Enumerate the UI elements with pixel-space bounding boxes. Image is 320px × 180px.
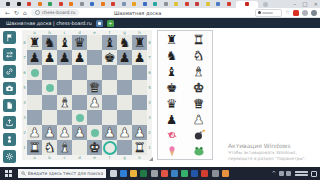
square-c3[interactable] — [57, 110, 72, 125]
browser-tab[interactable] — [101, 2, 105, 6]
tray-expand-icon[interactable]: ^ — [271, 167, 276, 180]
file-label: d — [72, 155, 87, 160]
square-h2[interactable]: ♟ — [132, 125, 147, 140]
lock-icon — [35, 10, 40, 15]
move-dot — [91, 129, 99, 137]
square-d7[interactable]: ♟ — [72, 50, 87, 65]
square-a7[interactable]: ♟ — [27, 50, 42, 65]
ice-cream-icon — [166, 145, 178, 157]
home-button[interactable]: ⌂ — [23, 8, 27, 17]
start-button[interactable] — [5, 170, 12, 177]
browser-tab[interactable] — [17, 2, 21, 6]
palette-frog[interactable] — [191, 144, 206, 159]
minimize-button[interactable]: – — [293, 0, 296, 8]
black-pawn[interactable]: ♟ — [27, 50, 42, 65]
square-h1[interactable]: ♜ — [132, 140, 147, 155]
browser-tab[interactable] — [6, 2, 10, 6]
main-content: abcdefgh 87654321 ♜♞♝♛♝♞♜♟♟♟♟♚♟♟♛♝♟♟♟♟♟♟… — [0, 28, 320, 167]
white-queen-glyph: ♛ — [191, 96, 206, 111]
bomb-icon — [193, 129, 205, 141]
link-icon — [5, 67, 14, 76]
white-pawn-glyph: ♟ — [191, 112, 206, 127]
file-label: f — [102, 155, 117, 160]
white-bishop[interactable]: ♝ — [57, 95, 72, 110]
square-a1[interactable]: ♜ — [27, 140, 42, 155]
pawn-icon — [5, 135, 14, 144]
browser-tab[interactable] — [59, 2, 63, 6]
upload-icon — [5, 118, 14, 127]
search-placeholder: Введите здесь текст для поиска — [28, 171, 103, 176]
square-b6[interactable] — [42, 65, 57, 80]
black-king[interactable]: ♚ — [102, 50, 117, 65]
square-f4[interactable] — [102, 95, 117, 110]
extension-icon-red[interactable] — [293, 10, 299, 16]
square-a4[interactable] — [27, 95, 42, 110]
board-squares: ♜♞♝♛♝♞♜♟♟♟♟♚♟♟♛♝♟♟♟♟♟♟♟♟♜♞♝♚♜ — [27, 35, 147, 155]
white-pawn[interactable]: ♟ — [27, 125, 42, 140]
browser-tab[interactable] — [38, 2, 42, 6]
white-pawn[interactable]: ♟ — [132, 125, 147, 140]
screen: –□× ← ↻ ⌂ chess-board.ru Шахматная доска… — [0, 0, 320, 180]
address-bar[interactable]: chess-board.ru — [31, 9, 80, 16]
link-button[interactable] — [3, 65, 16, 78]
move-dot — [76, 114, 84, 122]
white-pawn[interactable]: ♟ — [57, 125, 72, 140]
browser-tab[interactable] — [206, 2, 210, 6]
black-rook[interactable]: ♜ — [132, 35, 147, 50]
square-e5[interactable]: ♛ — [87, 80, 102, 95]
square-e2[interactable] — [87, 125, 102, 140]
browser-tabstrip: –□× — [0, 0, 320, 8]
black-bishop-glyph: ♝ — [164, 64, 179, 79]
square-h4[interactable] — [132, 95, 147, 110]
tab-favicons — [6, 2, 231, 6]
white-king[interactable]: ♚ — [87, 140, 102, 155]
black-pawn[interactable]: ♟ — [57, 50, 72, 65]
white-rook[interactable]: ♜ — [27, 140, 42, 155]
square-f5[interactable] — [102, 80, 117, 95]
black-knight-glyph: ♞ — [164, 48, 179, 63]
browser-toolbar: ← ↻ ⌂ chess-board.ru Шахматная доска ☆ — [0, 8, 320, 18]
white-pawn[interactable]: ♟ — [72, 125, 87, 140]
tray-icon-1[interactable] — [279, 171, 284, 176]
watermark-text: Чтобы активировать Windows, перейдите в … — [228, 150, 314, 161]
taskbar-app-icon[interactable] — [171, 170, 178, 177]
candy-icon — [166, 129, 178, 141]
square-e4[interactable]: ♟ — [87, 95, 102, 110]
square-b1[interactable]: ♞ — [42, 140, 57, 155]
rank-label: 3 — [147, 110, 152, 125]
palette-candy[interactable] — [164, 128, 179, 143]
file-label: a — [27, 155, 42, 160]
taskbar-app-icon[interactable] — [212, 170, 219, 177]
square-h7[interactable]: ♟ — [132, 50, 147, 65]
files-bottom: abcdefgh — [27, 155, 147, 160]
document-button[interactable] — [3, 99, 16, 112]
black-bishop[interactable]: ♝ — [57, 35, 72, 50]
flag-button[interactable] — [3, 31, 16, 44]
taskbar-app-icon[interactable] — [130, 170, 137, 177]
square-b3[interactable] — [42, 110, 57, 125]
palette-black-bishop[interactable]: ♝ — [164, 64, 179, 79]
palette-black-king[interactable]: ♚ — [164, 80, 179, 95]
browser-tab[interactable] — [48, 2, 52, 6]
camera-button[interactable] — [3, 82, 16, 95]
black-queen[interactable]: ♛ — [72, 35, 87, 50]
square-e1[interactable]: ♚ — [87, 140, 102, 155]
bookmark-star-icon[interactable]: ☆ — [285, 8, 290, 17]
toolbar-extensions: ☆ — [255, 8, 317, 17]
square-c6[interactable] — [57, 65, 72, 80]
browser-tab[interactable] — [216, 2, 220, 6]
back-button[interactable]: ← — [5, 8, 10, 17]
flag-icon — [5, 33, 14, 42]
square-c8[interactable]: ♝ — [57, 35, 72, 50]
black-bishop[interactable]: ♝ — [102, 35, 117, 50]
white-pawn[interactable]: ♟ — [102, 125, 117, 140]
black-rook-glyph: ♜ — [164, 32, 179, 47]
new-tab-button[interactable] — [263, 2, 268, 7]
square-d5[interactable] — [72, 80, 87, 95]
palette-ice-cream[interactable] — [164, 144, 179, 159]
file-label: c — [57, 155, 72, 160]
settings-button[interactable] — [3, 150, 16, 163]
square-g5[interactable] — [117, 80, 132, 95]
square-g7[interactable]: ♟ — [117, 50, 132, 65]
rank-label: 6 — [147, 65, 152, 80]
browser-tab[interactable] — [69, 2, 73, 6]
taskbar-app-icon[interactable] — [181, 170, 188, 177]
taskbar-app-icon[interactable] — [151, 170, 158, 177]
move-dot — [31, 69, 39, 77]
browser-tab[interactable] — [164, 2, 168, 6]
browser-tab[interactable] — [90, 2, 94, 6]
black-pawn-glyph: ♟ — [164, 112, 179, 127]
square-g8[interactable]: ♞ — [117, 35, 132, 50]
browser-tab[interactable] — [111, 2, 115, 6]
square-g6[interactable] — [117, 65, 132, 80]
active-tab-favicon — [245, 2, 249, 6]
file-label: h — [132, 155, 147, 160]
square-a3[interactable] — [27, 110, 42, 125]
rank-label: 7 — [147, 50, 152, 65]
square-h3[interactable] — [132, 110, 147, 125]
page-body: Активация Windows Чтобы активировать Win… — [213, 28, 320, 167]
taskbar-app-icon[interactable] — [110, 170, 117, 177]
white-knight[interactable]: ♞ — [42, 140, 57, 155]
system-tray: ^ — [271, 167, 317, 180]
taskbar-app-icon[interactable] — [222, 170, 229, 177]
palette-white-king[interactable]: ♚ — [191, 80, 206, 95]
square-g4[interactable] — [117, 95, 132, 110]
white-pawn[interactable]: ♟ — [87, 95, 102, 110]
square-a8[interactable]: ♜ — [27, 35, 42, 50]
upload-button[interactable] — [3, 116, 16, 129]
taskbar-apps — [110, 170, 229, 177]
square-f7[interactable]: ♚ — [102, 50, 117, 65]
ranks-right: 87654321 — [147, 35, 152, 155]
black-pawn[interactable]: ♟ — [72, 50, 87, 65]
square-c5[interactable] — [57, 80, 72, 95]
palette-black-knight[interactable]: ♞ — [164, 48, 179, 63]
square-d6[interactable] — [72, 65, 87, 80]
square-d3[interactable] — [72, 110, 87, 125]
chess-board: abcdefgh 87654321 ♜♞♝♛♝♞♜♟♟♟♟♚♟♟♛♝♟♟♟♟♟♟… — [22, 30, 152, 160]
browser-tab[interactable] — [195, 2, 199, 6]
palette-white-knight[interactable]: ♞ — [191, 48, 206, 63]
square-a6[interactable] — [27, 65, 42, 80]
square-b4[interactable] — [42, 95, 57, 110]
square-b7[interactable]: ♟ — [42, 50, 57, 65]
square-d2[interactable]: ♟ — [72, 125, 87, 140]
windows-taskbar: Введите здесь текст для поиска ^ — [0, 167, 320, 180]
square-g1[interactable] — [117, 140, 132, 155]
file-label: g — [117, 155, 132, 160]
square-e8[interactable] — [87, 35, 102, 50]
square-b5[interactable] — [42, 80, 57, 95]
palette-black-pawn[interactable]: ♟ — [164, 112, 179, 127]
square-a2[interactable]: ♟ — [27, 125, 42, 140]
extension-widget[interactable] — [255, 9, 282, 17]
square-b2[interactable]: ♟ — [42, 125, 57, 140]
square-d1[interactable] — [72, 140, 87, 155]
active-tab[interactable] — [236, 1, 258, 8]
palette-white-pawn[interactable]: ♟ — [191, 112, 206, 127]
site-title: Шахматная доска | chess-board.ru — [6, 21, 92, 26]
window-controls: –□× — [293, 0, 318, 8]
rank-label: 8 — [147, 35, 152, 50]
taskbar-clock[interactable] — [295, 171, 308, 176]
square-h8[interactable]: ♜ — [132, 35, 147, 50]
black-knight[interactable]: ♞ — [42, 35, 57, 50]
taskbar-app-icon[interactable] — [191, 170, 198, 177]
browser-tab[interactable] — [185, 2, 189, 6]
swap-icon — [5, 50, 14, 59]
taskbar-app-icon[interactable] — [161, 170, 168, 177]
square-d8[interactable]: ♛ — [72, 35, 87, 50]
square-c2[interactable]: ♟ — [57, 125, 72, 140]
palette-white-queen[interactable]: ♛ — [191, 96, 206, 111]
browser-tab[interactable] — [153, 2, 157, 6]
square-a5[interactable] — [27, 80, 42, 95]
white-pawn[interactable]: ♟ — [42, 125, 57, 140]
black-knight[interactable]: ♞ — [117, 35, 132, 50]
rank-label: 5 — [147, 80, 152, 95]
piece-palette: ♜♜♞♞♝♝♚♚♛♛♟♟ — [157, 30, 213, 160]
white-rook-glyph: ♜ — [191, 32, 206, 47]
url-text: chess-board.ru — [42, 10, 76, 15]
white-pawn[interactable]: ♟ — [117, 125, 132, 140]
rank-label: 1 — [147, 140, 152, 155]
tray-icon-2[interactable] — [286, 171, 291, 176]
square-c4[interactable]: ♝ — [57, 95, 72, 110]
palette-white-bishop[interactable]: ♝ — [191, 64, 206, 79]
browser-tab[interactable] — [174, 2, 178, 6]
black-pawn[interactable]: ♟ — [117, 50, 132, 65]
vk-share-button[interactable] — [96, 20, 103, 27]
square-e6[interactable] — [87, 65, 102, 80]
palette-bomb[interactable] — [191, 128, 206, 143]
pawn-button[interactable] — [3, 133, 16, 146]
square-f6[interactable] — [102, 65, 117, 80]
editor-toolbar — [0, 28, 20, 163]
square-g2[interactable]: ♟ — [117, 125, 132, 140]
palette-black-rook[interactable]: ♜ — [164, 32, 179, 47]
windows-activation-watermark: Активация Windows Чтобы активировать Win… — [228, 142, 314, 161]
vk-icon — [98, 22, 101, 25]
browser-tab[interactable] — [27, 2, 31, 6]
file-label: e — [87, 155, 102, 160]
square-e3[interactable] — [87, 110, 102, 125]
notification-center-button[interactable] — [311, 171, 317, 177]
browser-tab[interactable] — [122, 2, 126, 6]
extension-icon-gray[interactable] — [302, 10, 308, 16]
add-button[interactable]: + — [107, 20, 114, 27]
resize-handle[interactable] — [149, 157, 153, 161]
maximize-button[interactable]: □ — [302, 0, 307, 8]
white-king-glyph: ♚ — [191, 80, 206, 95]
move-dot — [46, 84, 54, 92]
palette-white-rook[interactable]: ♜ — [191, 32, 206, 47]
browser-tab[interactable] — [143, 2, 147, 6]
white-bishop[interactable]: ♝ — [57, 140, 72, 155]
browser-tab[interactable] — [227, 2, 231, 6]
reload-button[interactable]: ↻ — [14, 8, 19, 17]
white-rook[interactable]: ♜ — [132, 140, 147, 155]
camera-icon — [5, 84, 14, 93]
taskbar-app-icon[interactable] — [140, 170, 147, 177]
square-e7[interactable] — [87, 50, 102, 65]
taskbar-search[interactable]: Введите здесь текст для поиска — [18, 169, 106, 178]
white-bishop-glyph: ♝ — [191, 64, 206, 79]
taskbar-app-icon[interactable] — [120, 170, 127, 177]
selected-square-ring — [103, 141, 117, 155]
square-f1[interactable] — [102, 140, 117, 155]
palette-black-queen[interactable]: ♛ — [164, 96, 179, 111]
square-c7[interactable]: ♟ — [57, 50, 72, 65]
black-pawn[interactable]: ♟ — [42, 50, 57, 65]
rank-label: 4 — [147, 95, 152, 110]
swap-button[interactable] — [3, 48, 16, 61]
square-f8[interactable]: ♝ — [102, 35, 117, 50]
white-knight-glyph: ♞ — [191, 48, 206, 63]
black-rook[interactable]: ♜ — [27, 35, 42, 50]
square-f3[interactable] — [102, 110, 117, 125]
search-icon — [21, 171, 26, 176]
page-title: Шахматная доска — [114, 10, 161, 16]
site-header: Шахматная доска | chess-board.ru + — [0, 18, 320, 28]
taskbar-app-icon[interactable] — [201, 170, 208, 177]
square-g3[interactable] — [117, 110, 132, 125]
watermark-title: Активация Windows — [228, 142, 314, 149]
settings-icon — [5, 152, 14, 161]
black-pawn[interactable]: ♟ — [132, 50, 147, 65]
square-f2[interactable]: ♟ — [102, 125, 117, 140]
document-icon — [5, 101, 14, 110]
browser-tab[interactable] — [132, 2, 136, 6]
square-c1[interactable]: ♝ — [57, 140, 72, 155]
square-d4[interactable] — [72, 95, 87, 110]
browser-tab[interactable] — [80, 2, 84, 6]
black-queen-glyph: ♛ — [164, 96, 179, 111]
close-button[interactable]: × — [313, 0, 318, 8]
file-label: b — [42, 155, 57, 160]
square-h5[interactable] — [132, 80, 147, 95]
profile-avatar[interactable] — [311, 10, 317, 16]
square-h6[interactable] — [132, 65, 147, 80]
square-b8[interactable]: ♞ — [42, 35, 57, 50]
black-king-glyph: ♚ — [164, 80, 179, 95]
rank-label: 2 — [147, 125, 152, 140]
frog-icon — [193, 145, 205, 157]
white-queen[interactable]: ♛ — [87, 80, 102, 95]
